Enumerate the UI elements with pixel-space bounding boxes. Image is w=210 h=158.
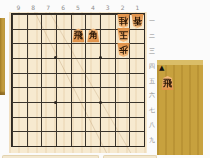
sente-hand-area: 飛	[160, 74, 200, 90]
file-label-5: 5	[71, 4, 85, 11]
gote-komadai-clipped	[0, 18, 5, 95]
rank-label-4: 四	[148, 62, 156, 69]
sente-turn-marker: ▲	[159, 64, 164, 72]
rank-label-8: 八	[148, 121, 156, 128]
hand-piece-飛[interactable]: 飛	[161, 76, 174, 90]
file-label-1: 1	[131, 4, 145, 11]
clipped-element-bottom-right	[103, 155, 157, 158]
clipped-element-bottom-left	[2, 155, 99, 158]
rank-label-5: 五	[148, 77, 156, 84]
star-point	[99, 56, 102, 59]
sente-komadai: ▲ 飛	[157, 60, 203, 155]
file-label-4: 4	[86, 4, 100, 11]
rank-label-1: 一	[148, 17, 156, 24]
star-point	[54, 101, 57, 104]
rank-label-7: 七	[148, 106, 156, 113]
file-label-9: 9	[11, 4, 25, 11]
file-label-2: 2	[116, 4, 130, 11]
rank-label-9: 九	[148, 136, 156, 143]
star-point	[99, 101, 102, 104]
file-label-6: 6	[56, 4, 70, 11]
rank-label-6: 六	[148, 91, 156, 98]
rank-label-2: 二	[148, 32, 156, 39]
file-label-8: 8	[26, 4, 40, 11]
file-label-3: 3	[101, 4, 115, 11]
shogi-diagram: 987654321 一二三四五六七八九 飛角玉桂香歩 ▲ 飛	[0, 0, 210, 158]
file-label-7: 7	[41, 4, 55, 11]
rank-label-3: 三	[148, 47, 156, 54]
